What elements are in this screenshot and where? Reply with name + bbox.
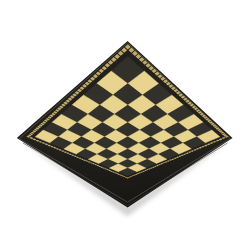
- product-photo: [0, 0, 250, 250]
- chessboard-photo: [0, 0, 250, 250]
- chessboard: [0, 0, 250, 250]
